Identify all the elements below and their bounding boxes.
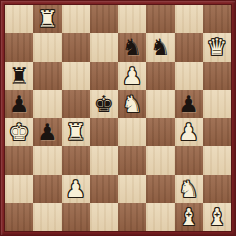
square-h4[interactable] xyxy=(203,118,231,146)
square-c1[interactable] xyxy=(62,203,90,231)
white-pawn-g4[interactable]: ♟ xyxy=(178,118,199,146)
white-knight-g2[interactable]: ♞ xyxy=(178,175,199,203)
square-c6[interactable] xyxy=(62,62,90,90)
square-g2[interactable]: ♞ xyxy=(175,175,203,203)
square-e4[interactable] xyxy=(118,118,146,146)
square-d2[interactable] xyxy=(90,175,118,203)
black-knight-e7[interactable]: ♞ xyxy=(122,33,143,61)
white-pawn-e6[interactable]: ♟ xyxy=(122,62,143,90)
square-b4[interactable]: ♟ xyxy=(33,118,61,146)
square-g8[interactable] xyxy=(175,5,203,33)
square-e8[interactable] xyxy=(118,5,146,33)
square-d3[interactable] xyxy=(90,146,118,174)
square-f6[interactable] xyxy=(146,62,174,90)
black-king-d5[interactable]: ♚ xyxy=(94,90,115,118)
square-g1[interactable]: ♝ xyxy=(175,203,203,231)
square-c3[interactable] xyxy=(62,146,90,174)
black-pawn-g5[interactable]: ♟ xyxy=(178,90,199,118)
square-h5[interactable] xyxy=(203,90,231,118)
square-a7[interactable] xyxy=(5,33,33,61)
black-pawn-b4[interactable]: ♟ xyxy=(37,118,58,146)
square-b3[interactable] xyxy=(33,146,61,174)
square-b8[interactable]: ♜ xyxy=(33,5,61,33)
square-c4[interactable]: ♜ xyxy=(62,118,90,146)
square-g5[interactable]: ♟ xyxy=(175,90,203,118)
white-rook-b8[interactable]: ♜ xyxy=(37,5,58,33)
square-h8[interactable] xyxy=(203,5,231,33)
square-d1[interactable] xyxy=(90,203,118,231)
square-d4[interactable] xyxy=(90,118,118,146)
white-king-a4[interactable]: ♚ xyxy=(9,118,30,146)
square-f8[interactable] xyxy=(146,5,174,33)
square-c5[interactable] xyxy=(62,90,90,118)
square-e2[interactable] xyxy=(118,175,146,203)
square-f3[interactable] xyxy=(146,146,174,174)
square-h6[interactable] xyxy=(203,62,231,90)
square-f1[interactable] xyxy=(146,203,174,231)
square-f5[interactable] xyxy=(146,90,174,118)
square-d7[interactable] xyxy=(90,33,118,61)
square-c8[interactable] xyxy=(62,5,90,33)
square-h2[interactable] xyxy=(203,175,231,203)
square-a5[interactable]: ♟ xyxy=(5,90,33,118)
square-d6[interactable] xyxy=(90,62,118,90)
square-c2[interactable]: ♟ xyxy=(62,175,90,203)
square-g4[interactable]: ♟ xyxy=(175,118,203,146)
square-b7[interactable] xyxy=(33,33,61,61)
white-pawn-c2[interactable]: ♟ xyxy=(65,175,86,203)
square-a4[interactable]: ♚ xyxy=(5,118,33,146)
square-a2[interactable] xyxy=(5,175,33,203)
square-c7[interactable] xyxy=(62,33,90,61)
square-h1[interactable]: ♝ xyxy=(203,203,231,231)
square-a8[interactable] xyxy=(5,5,33,33)
square-h7[interactable]: ♛ xyxy=(203,33,231,61)
board-frame: ♜♞♞♛♜♟♟♚♞♟♚♟♜♟♟♞♝♝ xyxy=(0,0,236,236)
square-f7[interactable]: ♞ xyxy=(146,33,174,61)
white-knight-e5[interactable]: ♞ xyxy=(122,90,143,118)
black-rook-a6[interactable]: ♜ xyxy=(9,62,30,90)
square-b5[interactable] xyxy=(33,90,61,118)
black-knight-f7[interactable]: ♞ xyxy=(150,33,171,61)
white-bishop-g1[interactable]: ♝ xyxy=(178,203,199,231)
black-pawn-a5[interactable]: ♟ xyxy=(9,90,30,118)
square-e3[interactable] xyxy=(118,146,146,174)
square-g6[interactable] xyxy=(175,62,203,90)
square-a3[interactable] xyxy=(5,146,33,174)
square-e6[interactable]: ♟ xyxy=(118,62,146,90)
square-g3[interactable] xyxy=(175,146,203,174)
square-f4[interactable] xyxy=(146,118,174,146)
white-queen-h7[interactable]: ♛ xyxy=(207,33,228,61)
square-f2[interactable] xyxy=(146,175,174,203)
white-rook-c4[interactable]: ♜ xyxy=(65,118,86,146)
chess-board: ♜♞♞♛♜♟♟♚♞♟♚♟♜♟♟♞♝♝ xyxy=(5,5,231,231)
square-e5[interactable]: ♞ xyxy=(118,90,146,118)
square-h3[interactable] xyxy=(203,146,231,174)
square-a6[interactable]: ♜ xyxy=(5,62,33,90)
square-d5[interactable]: ♚ xyxy=(90,90,118,118)
square-b1[interactable] xyxy=(33,203,61,231)
white-bishop-h1[interactable]: ♝ xyxy=(207,203,228,231)
square-g7[interactable] xyxy=(175,33,203,61)
square-e1[interactable] xyxy=(118,203,146,231)
square-e7[interactable]: ♞ xyxy=(118,33,146,61)
square-b2[interactable] xyxy=(33,175,61,203)
square-b6[interactable] xyxy=(33,62,61,90)
square-a1[interactable] xyxy=(5,203,33,231)
square-d8[interactable] xyxy=(90,5,118,33)
